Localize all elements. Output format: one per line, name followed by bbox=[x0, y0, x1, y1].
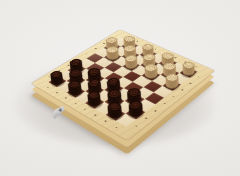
light-checker-h8[interactable] bbox=[180, 68, 196, 78]
border-dot bbox=[172, 96, 175, 98]
dark-checker-c1[interactable] bbox=[67, 87, 84, 97]
light-checker-d6[interactable] bbox=[123, 61, 139, 70]
border-dot bbox=[174, 57, 176, 58]
border-dot bbox=[86, 53, 88, 54]
border-dot bbox=[135, 125, 138, 127]
border-dot bbox=[154, 110, 157, 112]
border-dot bbox=[189, 83, 191, 84]
light-checker-b6[interactable] bbox=[105, 52, 120, 61]
dark-checker-a1[interactable] bbox=[49, 77, 65, 87]
border-dot bbox=[198, 76, 200, 77]
board-box-top bbox=[31, 30, 214, 141]
dark-checker-g1[interactable] bbox=[106, 108, 124, 120]
border-dot bbox=[94, 48, 96, 49]
dark-checker-e1[interactable] bbox=[86, 97, 103, 108]
border-dot bbox=[94, 114, 97, 116]
photo-background bbox=[0, 0, 240, 176]
border-dot bbox=[74, 103, 77, 105]
border-dot bbox=[47, 87, 49, 88]
border-dot bbox=[145, 118, 148, 120]
border-dot bbox=[65, 97, 67, 99]
light-checker-f6[interactable] bbox=[143, 70, 159, 80]
border-dot bbox=[104, 120, 107, 122]
board-perspective-wrapper bbox=[0, 0, 240, 176]
border-dot bbox=[181, 89, 183, 91]
border-dot bbox=[155, 48, 157, 49]
dark-checker-h2[interactable] bbox=[127, 107, 145, 119]
border-dot bbox=[56, 92, 58, 94]
border-dot bbox=[84, 108, 87, 110]
border-dot bbox=[115, 127, 118, 129]
light-checker-h6[interactable] bbox=[163, 80, 180, 90]
border-dot bbox=[136, 40, 138, 41]
border-dot bbox=[164, 103, 167, 105]
